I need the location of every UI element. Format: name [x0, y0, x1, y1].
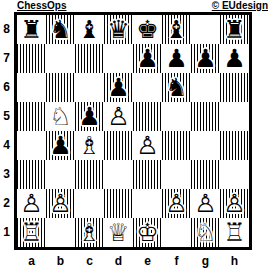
square-f3[interactable] [162, 160, 191, 189]
white-pawn[interactable]: ♙ [104, 102, 133, 131]
square-b2[interactable]: ♙ [46, 189, 75, 218]
square-b7[interactable] [46, 44, 75, 73]
square-c2[interactable] [75, 189, 104, 218]
square-e1[interactable]: ♔ [133, 218, 162, 247]
square-f2[interactable]: ♙ [162, 189, 191, 218]
square-d6[interactable]: ♟ [104, 73, 133, 102]
square-g2[interactable]: ♙ [191, 189, 220, 218]
square-a2[interactable]: ♙ [17, 189, 46, 218]
black-pawn[interactable]: ♟ [46, 131, 75, 160]
square-d3[interactable] [104, 160, 133, 189]
white-pawn[interactable]: ♙ [46, 189, 75, 218]
square-h5[interactable] [220, 102, 249, 131]
rank-label-7: 7 [0, 44, 13, 73]
square-e7[interactable]: ♟ [133, 44, 162, 73]
square-b3[interactable] [46, 160, 75, 189]
square-a5[interactable] [17, 102, 46, 131]
white-pawn[interactable]: ♙ [220, 189, 249, 218]
square-a4[interactable] [17, 131, 46, 160]
square-c4[interactable]: ♗ [75, 131, 104, 160]
square-e3[interactable] [133, 160, 162, 189]
black-queen[interactable]: ♛ [104, 15, 133, 44]
square-b5[interactable]: ♘ [46, 102, 75, 131]
square-c7[interactable] [75, 44, 104, 73]
square-g4[interactable] [191, 131, 220, 160]
square-h8[interactable]: ♜ [220, 15, 249, 44]
app-title-link[interactable]: ChessOps [17, 0, 66, 12]
file-label-e: e [133, 253, 162, 269]
white-pawn[interactable]: ♙ [133, 131, 162, 160]
square-f6[interactable]: ♞ [162, 73, 191, 102]
black-pawn[interactable]: ♟ [133, 44, 162, 73]
square-h1[interactable]: ♖ [220, 218, 249, 247]
white-pawn[interactable]: ♙ [191, 189, 220, 218]
file-label-d: d [104, 253, 133, 269]
black-bishop[interactable]: ♝ [75, 15, 104, 44]
rank-label-8: 8 [0, 15, 13, 44]
white-bishop[interactable]: ♗ [75, 131, 104, 160]
black-pawn[interactable]: ♟ [104, 73, 133, 102]
square-c8[interactable]: ♝ [75, 15, 104, 44]
square-c3[interactable] [75, 160, 104, 189]
square-g7[interactable]: ♟ [191, 44, 220, 73]
square-f8[interactable]: ♝ [162, 15, 191, 44]
square-c6[interactable] [75, 73, 104, 102]
white-king[interactable]: ♔ [133, 218, 162, 247]
square-h4[interactable] [220, 131, 249, 160]
black-pawn[interactable]: ♟ [75, 102, 104, 131]
square-a1[interactable]: ♖ [17, 218, 46, 247]
square-d4[interactable] [104, 131, 133, 160]
square-a7[interactable] [17, 44, 46, 73]
square-d7[interactable] [104, 44, 133, 73]
white-rook[interactable]: ♖ [220, 218, 249, 247]
square-c1[interactable]: ♗ [75, 218, 104, 247]
black-rook[interactable]: ♜ [17, 15, 46, 44]
square-g3[interactable] [191, 160, 220, 189]
square-e8[interactable]: ♚ [133, 15, 162, 44]
square-g5[interactable] [191, 102, 220, 131]
square-b1[interactable] [46, 218, 75, 247]
black-king[interactable]: ♚ [133, 15, 162, 44]
white-pawn[interactable]: ♙ [17, 189, 46, 218]
square-h6[interactable] [220, 73, 249, 102]
square-h2[interactable]: ♙ [220, 189, 249, 218]
square-g1[interactable]: ♘ [191, 218, 220, 247]
square-a3[interactable] [17, 160, 46, 189]
credit-link[interactable]: © EUdesign [212, 0, 268, 12]
white-knight[interactable]: ♘ [191, 218, 220, 247]
square-a6[interactable] [17, 73, 46, 102]
square-d5[interactable]: ♙ [104, 102, 133, 131]
file-label-f: f [162, 253, 191, 269]
file-label-a: a [17, 253, 46, 269]
chess-board: ♜♞♝♛♚♝♜♟♟♟♟♟♞♘♟♙♟♗♙♙♙♙♙♙♖♗♕♔♘♖ [14, 12, 252, 250]
rank-label-6: 6 [0, 73, 13, 102]
white-queen[interactable]: ♕ [104, 218, 133, 247]
file-label-c: c [75, 253, 104, 269]
square-g8[interactable] [191, 15, 220, 44]
square-f4[interactable] [162, 131, 191, 160]
black-rook[interactable]: ♜ [220, 15, 249, 44]
white-rook[interactable]: ♖ [17, 218, 46, 247]
black-bishop[interactable]: ♝ [162, 15, 191, 44]
square-b8[interactable]: ♞ [46, 15, 75, 44]
square-e6[interactable] [133, 73, 162, 102]
rank-label-5: 5 [0, 102, 13, 131]
rank-label-2: 2 [0, 189, 13, 218]
black-pawn[interactable]: ♟ [162, 44, 191, 73]
black-knight[interactable]: ♞ [162, 73, 191, 102]
rank-label-4: 4 [0, 131, 13, 160]
rank-label-1: 1 [0, 218, 13, 247]
file-label-b: b [46, 253, 75, 269]
square-d8[interactable]: ♛ [104, 15, 133, 44]
square-b4[interactable]: ♟ [46, 131, 75, 160]
chessops-applet: ChessOps © EUdesign 87654321 ♜♞♝♛♚♝♜♟♟♟♟… [0, 0, 270, 270]
square-c5[interactable]: ♟ [75, 102, 104, 131]
square-e5[interactable] [133, 102, 162, 131]
square-f7[interactable]: ♟ [162, 44, 191, 73]
square-h3[interactable] [220, 160, 249, 189]
black-knight[interactable]: ♞ [46, 15, 75, 44]
square-f1[interactable] [162, 218, 191, 247]
square-d2[interactable] [104, 189, 133, 218]
square-d1[interactable]: ♕ [104, 218, 133, 247]
white-knight[interactable]: ♘ [46, 102, 75, 131]
square-e4[interactable]: ♙ [133, 131, 162, 160]
white-bishop[interactable]: ♗ [75, 218, 104, 247]
file-label-h: h [220, 253, 249, 269]
white-pawn[interactable]: ♙ [162, 189, 191, 218]
black-pawn[interactable]: ♟ [220, 44, 249, 73]
rank-label-3: 3 [0, 160, 13, 189]
black-pawn[interactable]: ♟ [191, 44, 220, 73]
file-label-g: g [191, 253, 220, 269]
square-g6[interactable] [191, 73, 220, 102]
square-h7[interactable]: ♟ [220, 44, 249, 73]
square-b6[interactable] [46, 73, 75, 102]
square-e2[interactable] [133, 189, 162, 218]
square-a8[interactable]: ♜ [17, 15, 46, 44]
square-f5[interactable] [162, 102, 191, 131]
